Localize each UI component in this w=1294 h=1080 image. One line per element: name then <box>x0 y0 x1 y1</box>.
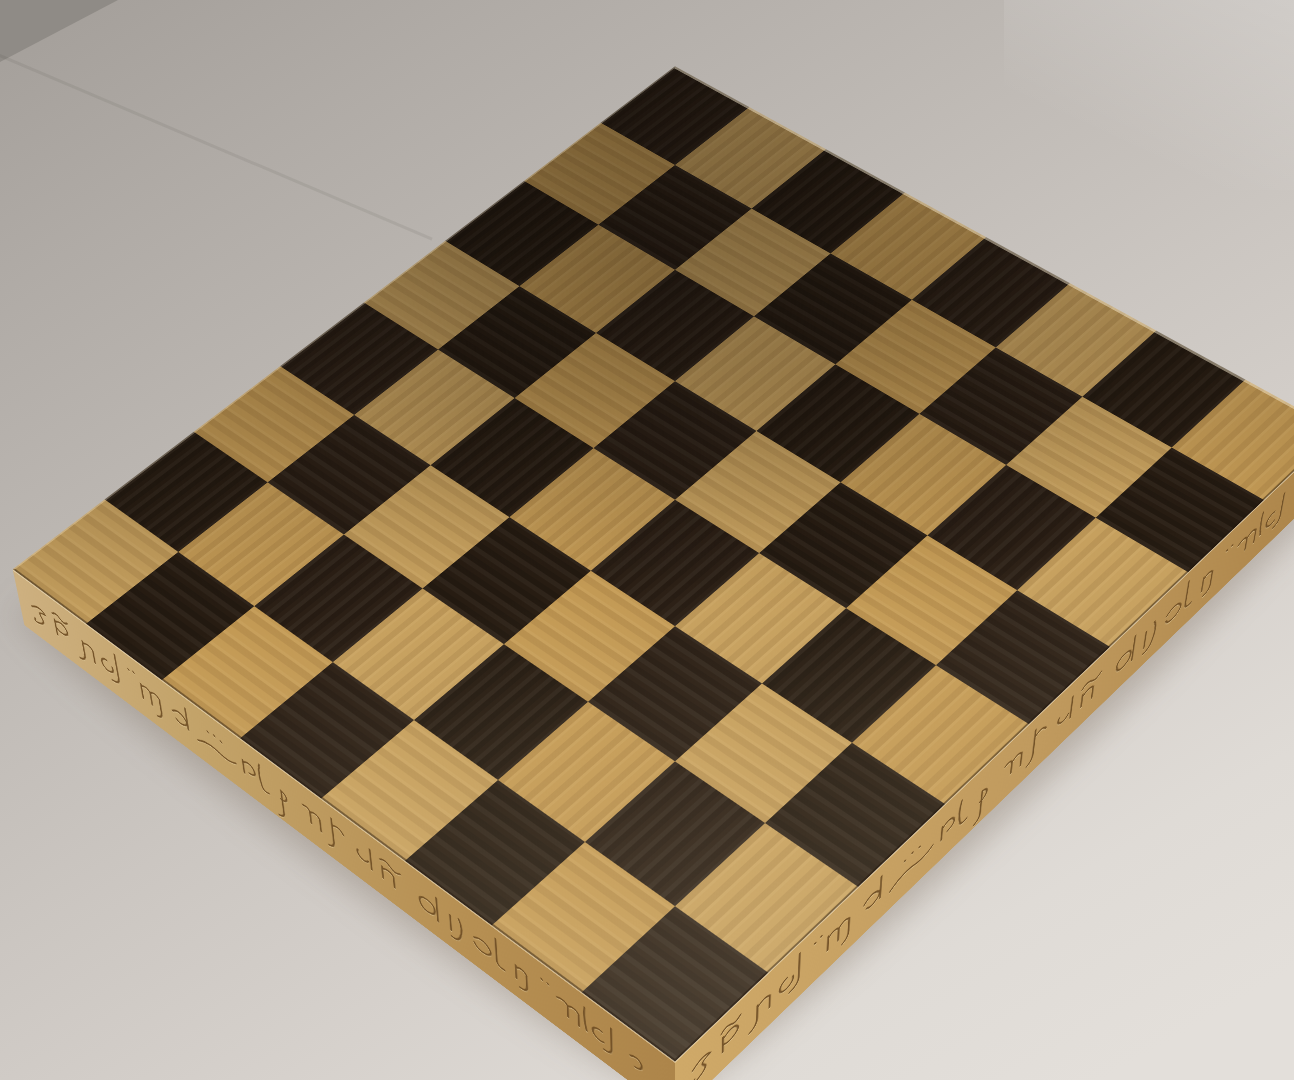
board-scene <box>25 0 1294 1080</box>
board-photo: Overhead oblique photograph of an empty … <box>0 0 1294 1080</box>
board-top-face <box>13 66 1294 1062</box>
board-grid <box>13 66 1294 1062</box>
chessboard <box>24 124 1294 1080</box>
